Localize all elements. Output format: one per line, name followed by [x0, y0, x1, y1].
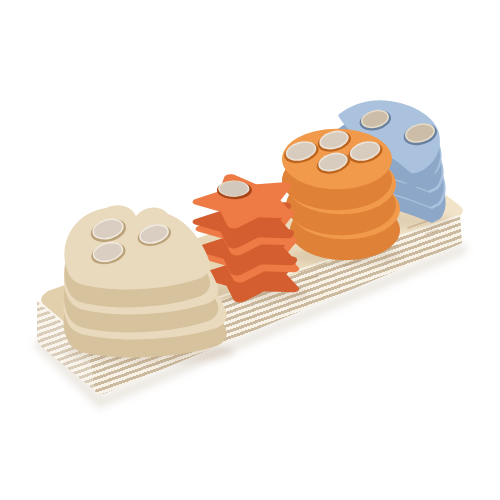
product-photo-stage	[0, 0, 500, 500]
wooden-stacking-toy-illustration	[0, 0, 500, 500]
circle-stack	[282, 128, 400, 261]
cloud-layer1-top	[64, 205, 210, 289]
